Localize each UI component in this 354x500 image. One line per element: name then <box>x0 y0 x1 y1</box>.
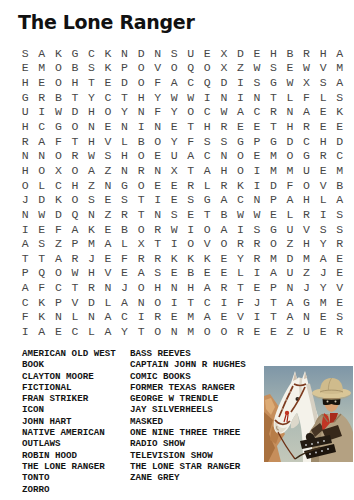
grid-cell: E <box>265 324 282 339</box>
word-list-item: FICTIONAL <box>22 382 116 393</box>
grid-cell: Y <box>315 280 332 295</box>
grid-cell: A <box>282 310 299 325</box>
grid-cell: I <box>17 222 34 237</box>
grid-cell: A <box>17 280 34 295</box>
grid-cell: O <box>232 163 249 178</box>
grid-cell: H <box>315 134 332 149</box>
grid-cell: O <box>182 105 199 120</box>
grid-cell: F <box>34 280 51 295</box>
grid-cell: T <box>182 163 199 178</box>
grid-cell: N <box>116 46 133 61</box>
grid-cell: N <box>149 163 166 178</box>
grid-cell: H <box>216 163 233 178</box>
grid-cell: P <box>249 134 266 149</box>
grid-cell: R <box>149 251 166 266</box>
grid-cell: T <box>182 119 199 134</box>
grid-cell: Q <box>199 75 216 90</box>
grid-cell: T <box>232 280 249 295</box>
grid-cell: G <box>298 148 315 163</box>
grid-cell: G <box>67 46 84 61</box>
grid-cell: C <box>249 105 266 120</box>
grid-cell: A <box>282 295 299 310</box>
grid-cell: J <box>315 266 332 281</box>
grid-cell: A <box>34 324 51 339</box>
grid-cell: D <box>50 207 67 222</box>
grid-cell: Z <box>83 178 100 193</box>
grid-cell: R <box>116 207 133 222</box>
grid-cell: M <box>182 310 199 325</box>
grid-cell: N <box>50 310 67 325</box>
grid-cell: I <box>133 310 150 325</box>
grid-cell: O <box>67 192 84 207</box>
grid-cell: H <box>67 178 84 193</box>
grid-cell: B <box>331 178 348 193</box>
grid-cell: O <box>149 134 166 149</box>
grid-cell: E <box>100 119 117 134</box>
grid-cell: C <box>67 324 84 339</box>
grid-cell: A <box>116 295 133 310</box>
grid-cell: E <box>34 222 51 237</box>
grid-cell: P <box>116 61 133 76</box>
grid-cell: M <box>265 148 282 163</box>
grid-cell: T <box>83 75 100 90</box>
grid-cell: S <box>149 266 166 281</box>
grid-cell: V <box>331 280 348 295</box>
grid-cell: Y <box>166 105 183 120</box>
lone-ranger-photo <box>264 366 353 462</box>
grid-cell: T <box>199 207 216 222</box>
grid-cell: L <box>100 295 117 310</box>
grid-cell: Z <box>298 266 315 281</box>
grid-cell: Y <box>166 134 183 149</box>
grid-cell: R <box>34 90 51 105</box>
grid-cell: I <box>249 266 266 281</box>
grid-cell: V <box>315 178 332 193</box>
grid-cell: C <box>182 75 199 90</box>
grid-cell: B <box>50 90 67 105</box>
grid-cell: R <box>232 236 249 251</box>
grid-cell: R <box>331 324 348 339</box>
grid-cell: A <box>100 310 117 325</box>
grid-cell: W <box>232 207 249 222</box>
grid-cell: E <box>331 119 348 134</box>
grid-cell: N <box>83 310 100 325</box>
grid-cell: X <box>50 163 67 178</box>
grid-cell: C <box>34 119 51 134</box>
grid-cell: A <box>182 148 199 163</box>
grid-cell: C <box>100 90 117 105</box>
word-list-item: BASS REEVES <box>130 348 246 359</box>
grid-cell: G <box>265 222 282 237</box>
grid-cell: S <box>265 61 282 76</box>
grid-cell: B <box>216 207 233 222</box>
grid-cell: H <box>83 134 100 149</box>
grid-cell: C <box>232 192 249 207</box>
grid-cell: A <box>166 75 183 90</box>
grid-cell: R <box>265 105 282 120</box>
grid-cell: M <box>315 295 332 310</box>
grid-cell: R <box>83 280 100 295</box>
grid-cell: O <box>216 236 233 251</box>
grid-cell: I <box>232 75 249 90</box>
grid-cell: X <box>298 75 315 90</box>
grid-cell: L <box>315 90 332 105</box>
grid-cell: Q <box>67 207 84 222</box>
grid-cell: A <box>216 192 233 207</box>
grid-cell: K <box>199 251 216 266</box>
grid-cell: A <box>67 222 84 237</box>
grid-cell: T <box>265 295 282 310</box>
grid-cell: H <box>149 280 166 295</box>
grid-cell: B <box>67 61 84 76</box>
grid-cell: W <box>50 105 67 120</box>
grid-cell: R <box>17 134 34 149</box>
word-list-item: BOOK <box>22 359 116 370</box>
grid-cell: D <box>216 75 233 90</box>
grid-cell: Q <box>182 61 199 76</box>
grid-cell: B <box>282 46 299 61</box>
grid-cell: Y <box>83 90 100 105</box>
grid-cell: P <box>265 192 282 207</box>
grid-cell: C <box>17 295 34 310</box>
word-list-item: AMERICAN OLD WEST <box>22 348 116 359</box>
bridle-tassel <box>285 411 289 415</box>
grid-cell: E <box>315 324 332 339</box>
grid-cell: T <box>17 251 34 266</box>
grid-cell: R <box>67 251 84 266</box>
grid-cell: I <box>249 178 266 193</box>
grid-cell: W <box>182 90 199 105</box>
word-list-item: MASKED <box>130 416 246 427</box>
grid-cell: G <box>298 295 315 310</box>
grid-cell: X <box>216 46 233 61</box>
grid-cell: F <box>232 295 249 310</box>
grid-cell: B <box>133 134 150 149</box>
grid-cell: F <box>298 90 315 105</box>
grid-cell: Y <box>116 105 133 120</box>
word-list-item: JAY SILVERHEELS <box>130 404 246 415</box>
word-list-item: ICON <box>22 404 116 415</box>
grid-cell: Z <box>100 207 117 222</box>
grid-cell: E <box>166 178 183 193</box>
grid-cell: N <box>249 90 266 105</box>
grid-cell: D <box>265 178 282 193</box>
grid-cell: T <box>133 324 150 339</box>
grid-cell: L <box>282 90 299 105</box>
grid-cell: L <box>116 236 133 251</box>
grid-cell: A <box>199 310 216 325</box>
grid-cell: H <box>315 46 332 61</box>
grid-cell: M <box>282 163 299 178</box>
grid-cell: O <box>199 61 216 76</box>
grid-cell: D <box>282 134 299 149</box>
grid-cell: G <box>50 119 67 134</box>
grid-cell: R <box>315 148 332 163</box>
grid-cell: W <box>282 75 299 90</box>
grid-cell: E <box>182 207 199 222</box>
grid-cell: O <box>149 324 166 339</box>
grid-cell: F <box>50 222 67 237</box>
grid-cell: J <box>249 295 266 310</box>
grid-cell: Y <box>232 251 249 266</box>
grid-cell: G <box>199 192 216 207</box>
grid-cell: K <box>83 222 100 237</box>
grid-cell: O <box>133 75 150 90</box>
grid-cell: A <box>83 163 100 178</box>
grid-cell: T <box>34 251 51 266</box>
grid-cell: A <box>100 324 117 339</box>
grid-cell: E <box>331 251 348 266</box>
grid-cell: S <box>17 46 34 61</box>
grid-cell: O <box>182 236 199 251</box>
grid-cell: O <box>298 178 315 193</box>
grid-cell: O <box>199 324 216 339</box>
grid-cell: L <box>232 266 249 281</box>
grid-cell: E <box>216 251 233 266</box>
grid-cell: N <box>149 46 166 61</box>
grid-cell: B <box>182 266 199 281</box>
grid-cell: V <box>232 310 249 325</box>
grid-cell: O <box>50 75 67 90</box>
grid-cell: D <box>83 295 100 310</box>
grid-cell: K <box>50 46 67 61</box>
grid-cell: S <box>315 222 332 237</box>
grid-cell: T <box>67 90 84 105</box>
grid-cell: L <box>83 324 100 339</box>
word-list-item: GEORGE W TRENDLE <box>130 393 246 404</box>
word-list-item: CAPTAIN JOHN R HUGHES <box>130 359 246 370</box>
grid-cell: W <box>216 105 233 120</box>
grid-cell: S <box>83 192 100 207</box>
grid-cell: I <box>149 192 166 207</box>
grid-cell: E <box>199 266 216 281</box>
grid-cell: E <box>216 310 233 325</box>
grid-cell: W <box>83 148 100 163</box>
grid-cell: N <box>282 105 299 120</box>
grid-cell: Z <box>282 324 299 339</box>
grid-cell: O <box>50 148 67 163</box>
grid-cell: H <box>83 266 100 281</box>
grid-cell: S <box>249 75 266 90</box>
word-list-item: NATIVE AMERICAN <box>22 427 116 438</box>
grid-cell: C <box>298 134 315 149</box>
grid-cell: T <box>265 119 282 134</box>
grid-cell: K <box>34 295 51 310</box>
grid-cell: Z <box>282 236 299 251</box>
grid-cell: I <box>249 163 266 178</box>
grid-cell: O <box>17 178 34 193</box>
grid-cell: N <box>83 207 100 222</box>
grid-cell: I <box>166 236 183 251</box>
grid-cell: A <box>199 280 216 295</box>
grid-cell: O <box>232 148 249 163</box>
grid-cell: P <box>265 280 282 295</box>
grid-cell: I <box>17 324 34 339</box>
grid-cell: A <box>100 236 117 251</box>
grid-cell: H <box>17 163 34 178</box>
grid-cell: W <box>298 61 315 76</box>
grid-cell: E <box>315 119 332 134</box>
grid-cell: E <box>100 222 117 237</box>
grid-cell: S <box>315 75 332 90</box>
grid-cell: S <box>34 236 51 251</box>
word-list-item: COMIC BOOKS <box>130 371 246 382</box>
grid-cell: N <box>149 119 166 134</box>
grid-cell: J <box>17 192 34 207</box>
grid-cell: A <box>265 266 282 281</box>
grid-cell: O <box>67 119 84 134</box>
grid-cell: I <box>216 295 233 310</box>
grid-cell: H <box>265 46 282 61</box>
grid-cell: Z <box>100 163 117 178</box>
grid-cell: I <box>166 295 183 310</box>
grid-cell: A <box>50 251 67 266</box>
grid-cell: Z <box>50 236 67 251</box>
word-list-item: THE LONE RANGER <box>22 461 116 472</box>
grid-cell: N <box>298 310 315 325</box>
grid-cell: E <box>282 61 299 76</box>
grid-cell: O <box>133 280 150 295</box>
grid-cell: E <box>331 295 348 310</box>
grid-cell: A <box>34 46 51 61</box>
grid-cell: N <box>116 119 133 134</box>
word-list-item: ZORRO <box>22 484 116 495</box>
grid-cell: T <box>149 236 166 251</box>
grid-cell: P <box>17 266 34 281</box>
grid-cell: T <box>265 310 282 325</box>
grid-cell: N <box>282 280 299 295</box>
grid-cell: O <box>67 163 84 178</box>
grid-cell: R <box>216 119 233 134</box>
grid-cell: A <box>298 105 315 120</box>
grid-cell: E <box>265 207 282 222</box>
grid-cell: O <box>216 324 233 339</box>
grid-cell: D <box>232 46 249 61</box>
grid-cell: R <box>182 178 199 193</box>
word-list-item: TELEVISION SHOW <box>130 450 246 461</box>
grid-cell: G <box>232 134 249 149</box>
grid-cell: F <box>282 178 299 193</box>
grid-cell: R <box>298 207 315 222</box>
grid-cell: C <box>83 46 100 61</box>
grid-cell: H <box>133 90 150 105</box>
grid-cell: E <box>166 266 183 281</box>
grid-cell: Z <box>232 61 249 76</box>
grid-cell: R <box>249 236 266 251</box>
grid-cell: S <box>166 46 183 61</box>
grid-cell: A <box>331 192 348 207</box>
grid-cell: D <box>282 251 299 266</box>
grid-cell: N <box>166 280 183 295</box>
grid-cell: K <box>34 310 51 325</box>
grid-cell: S <box>116 192 133 207</box>
grid-cell: W <box>249 207 266 222</box>
grid-cell: E <box>166 119 183 134</box>
grid-cell: A <box>216 222 233 237</box>
grid-cell: W <box>249 61 266 76</box>
grid-cell: R <box>331 236 348 251</box>
grid-cell: H <box>67 75 84 90</box>
grid-cell: F <box>50 134 67 149</box>
grid-cell: R <box>298 119 315 134</box>
grid-cell: L <box>34 178 51 193</box>
grid-cell: F <box>149 105 166 120</box>
grid-cell: O <box>133 148 150 163</box>
grid-cell: H <box>199 119 216 134</box>
grid-cell: R <box>67 148 84 163</box>
grid-cell: K <box>232 178 249 193</box>
grid-cell: E <box>216 266 233 281</box>
grid-cell: F <box>149 75 166 90</box>
grid-cell: M <box>298 251 315 266</box>
grid-cell: E <box>100 192 117 207</box>
grid-cell: Y <box>315 236 332 251</box>
grid-cell: R <box>216 178 233 193</box>
word-list-item: RADIO SHOW <box>130 438 246 449</box>
worksheet-page: The Lone Ranger SAKGCKNDNSUEXDEHBRHAEMOB… <box>0 0 354 500</box>
grid-cell: C <box>50 178 67 193</box>
grid-cell: P <box>67 236 84 251</box>
grid-cell: H <box>17 119 34 134</box>
grid-cell: A <box>331 46 348 61</box>
grid-cell: S <box>199 134 216 149</box>
grid-cell: T <box>265 90 282 105</box>
grid-cell: F <box>116 251 133 266</box>
word-list-item: FORMER TEXAS RANGER <box>130 382 246 393</box>
grid-cell: U <box>166 148 183 163</box>
grid-cell: S <box>83 61 100 76</box>
grid-cell: D <box>116 75 133 90</box>
grid-cell: Y <box>149 90 166 105</box>
grid-cell: M <box>34 61 51 76</box>
grid-cell: N <box>100 280 117 295</box>
grid-cell: U <box>298 163 315 178</box>
grid-cell: G <box>17 90 34 105</box>
grid-cell: A <box>133 266 150 281</box>
grid-cell: E <box>116 266 133 281</box>
grid-cell: C <box>199 148 216 163</box>
grid-cell: L <box>315 192 332 207</box>
grid-cell: A <box>282 192 299 207</box>
grid-cell: A <box>34 134 51 149</box>
grid-cell: O <box>133 61 150 76</box>
grid-cell: K <box>182 251 199 266</box>
grid-cell: G <box>116 178 133 193</box>
grid-cell: M <box>265 251 282 266</box>
grid-cell: E <box>17 61 34 76</box>
grid-cell: O <box>50 266 67 281</box>
grid-cell: W <box>67 266 84 281</box>
grid-cell: U <box>298 324 315 339</box>
word-list-left: AMERICAN OLD WESTBOOKCLAYTON MOOREFICTIO… <box>22 348 116 495</box>
grid-cell: R <box>298 46 315 61</box>
word-list-right: BASS REEVESCAPTAIN JOHN R HUGHESCOMIC BO… <box>130 348 246 484</box>
grid-cell: A <box>17 236 34 251</box>
grid-cell: E <box>100 251 117 266</box>
grid-cell: I <box>34 105 51 120</box>
grid-cell: M <box>182 324 199 339</box>
grid-cell: R <box>216 280 233 295</box>
grid-cell: O <box>199 222 216 237</box>
grid-cell: K <box>100 61 117 76</box>
word-list-item: ZANE GREY <box>130 472 246 483</box>
grid-cell: T <box>133 207 150 222</box>
grid-cell: D <box>133 46 150 61</box>
grid-cell: I <box>232 222 249 237</box>
grid-cell: M <box>331 61 348 76</box>
grid-cell: D <box>67 105 84 120</box>
grid-cell: R <box>133 163 150 178</box>
